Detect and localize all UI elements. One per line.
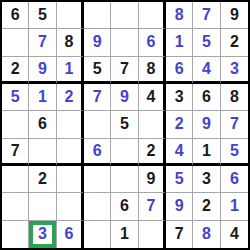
cell-r8c6[interactable]: 7 [139,193,166,220]
cell-r6c8[interactable]: 1 [193,139,220,166]
cell-r6c4[interactable]: 6 [84,139,111,166]
cell-r5c4[interactable] [84,111,111,138]
cell-r2c9[interactable]: 2 [221,29,248,56]
cell-r9c5[interactable]: 1 [111,221,138,248]
cell-r5c3[interactable] [57,111,84,138]
cell-r1c8[interactable]: 7 [193,2,220,29]
cell-r9c1[interactable] [2,221,29,248]
cell-r1c4[interactable] [84,2,111,29]
cell-r4c7[interactable]: 3 [166,84,193,111]
cell-r8c5[interactable]: 6 [111,193,138,220]
cell-r3c8[interactable]: 4 [193,57,220,84]
cell-r2c4[interactable]: 9 [84,29,111,56]
cell-r7c2[interactable]: 2 [29,166,56,193]
cell-r3c4[interactable]: 5 [84,57,111,84]
cell-r2c8[interactable]: 5 [193,29,220,56]
cell-r9c3[interactable]: 6 [57,221,84,248]
cell-r6c3[interactable] [57,139,84,166]
cell-r5c1[interactable] [2,111,29,138]
cell-r7c4[interactable] [84,166,111,193]
cell-r9c8[interactable]: 8 [193,221,220,248]
cell-r9c9[interactable]: 4 [221,221,248,248]
cell-r4c1[interactable]: 5 [2,84,29,111]
cell-r3c1[interactable]: 2 [2,57,29,84]
cell-r7c5[interactable] [111,166,138,193]
cell-r6c1[interactable]: 7 [2,139,29,166]
cell-r4c4[interactable]: 7 [84,84,111,111]
cell-r3c2[interactable]: 9 [29,57,56,84]
cell-r2c2[interactable]: 7 [29,29,56,56]
cell-r6c7[interactable]: 4 [166,139,193,166]
sudoku-board: 6587978961522915786435127943686529776241… [0,0,250,250]
cell-r8c2[interactable] [29,193,56,220]
cell-r9c4[interactable] [84,221,111,248]
cell-r8c7[interactable]: 9 [166,193,193,220]
cell-r4c9[interactable]: 8 [221,84,248,111]
cell-r1c1[interactable]: 6 [2,2,29,29]
cell-r5c2[interactable]: 6 [29,111,56,138]
cell-r9c7[interactable]: 7 [166,221,193,248]
cell-r3c7[interactable]: 6 [166,57,193,84]
cell-r1c7[interactable]: 8 [166,2,193,29]
cell-r8c3[interactable] [57,193,84,220]
cell-r7c7[interactable]: 5 [166,166,193,193]
cell-r1c3[interactable] [57,2,84,29]
cell-r5c8[interactable]: 9 [193,111,220,138]
cell-r6c9[interactable]: 5 [221,139,248,166]
cell-r5c9[interactable]: 7 [221,111,248,138]
cell-r6c5[interactable] [111,139,138,166]
cell-r1c9[interactable]: 9 [221,2,248,29]
cell-r4c2[interactable]: 1 [29,84,56,111]
cell-r3c5[interactable]: 7 [111,57,138,84]
cell-r3c6[interactable]: 8 [139,57,166,84]
cell-r2c6[interactable]: 6 [139,29,166,56]
cell-r4c8[interactable]: 6 [193,84,220,111]
cell-r5c7[interactable]: 2 [166,111,193,138]
cell-r1c5[interactable] [111,2,138,29]
cell-r6c2[interactable] [29,139,56,166]
cell-r2c3[interactable]: 8 [57,29,84,56]
cell-r1c2[interactable]: 5 [29,2,56,29]
cell-r7c3[interactable] [57,166,84,193]
cell-r2c5[interactable] [111,29,138,56]
cell-r3c3[interactable]: 1 [57,57,84,84]
cell-r5c5[interactable]: 5 [111,111,138,138]
cell-r8c8[interactable]: 2 [193,193,220,220]
cell-r4c3[interactable]: 2 [57,84,84,111]
cell-r5c6[interactable] [139,111,166,138]
cell-r9c2[interactable]: 3 [29,221,56,248]
cell-r7c9[interactable]: 6 [221,166,248,193]
cell-r6c6[interactable]: 2 [139,139,166,166]
cell-r8c9[interactable]: 1 [221,193,248,220]
cell-r4c5[interactable]: 9 [111,84,138,111]
cell-r7c6[interactable]: 9 [139,166,166,193]
cell-r2c7[interactable]: 1 [166,29,193,56]
cell-r8c4[interactable] [84,193,111,220]
cell-r4c6[interactable]: 4 [139,84,166,111]
cell-r9c6[interactable] [139,221,166,248]
cell-r3c9[interactable]: 3 [221,57,248,84]
cell-r7c8[interactable]: 3 [193,166,220,193]
cell-r7c1[interactable] [2,166,29,193]
cell-r1c6[interactable] [139,2,166,29]
cell-r8c1[interactable] [2,193,29,220]
cell-r2c1[interactable] [2,29,29,56]
